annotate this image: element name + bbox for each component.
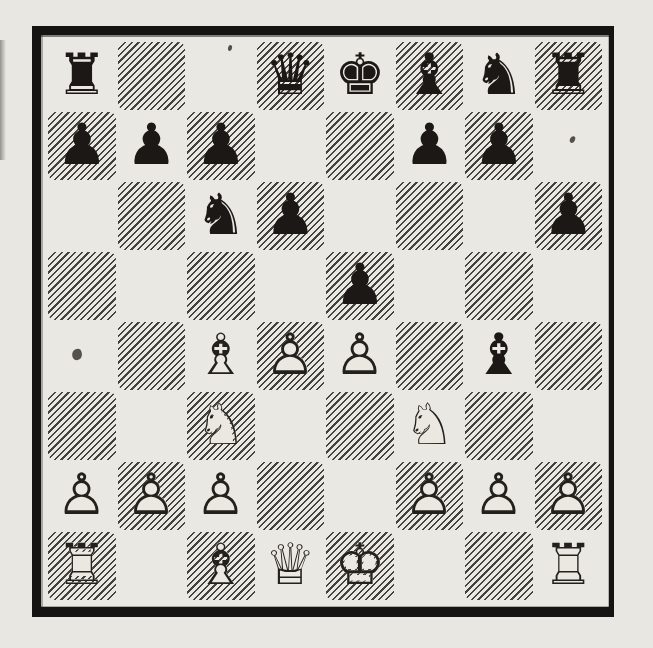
piece-black-knight[interactable]: ♞ xyxy=(464,41,534,111)
piece-white-pawn[interactable]: ♟♙ xyxy=(464,461,534,531)
piece-outline-glyph: ♙ xyxy=(265,326,316,383)
square-g6[interactable] xyxy=(464,181,534,251)
piece-solid-glyph: ♜ xyxy=(56,46,107,103)
piece-solid-glyph: ♟ xyxy=(265,186,316,243)
piece-black-pawn[interactable]: ♟ xyxy=(186,111,256,181)
square-g3[interactable] xyxy=(464,391,534,461)
square-a6[interactable] xyxy=(47,181,117,251)
piece-black-bishop[interactable]: ♝ xyxy=(464,321,534,391)
square-b7[interactable]: ♟ xyxy=(117,111,187,181)
piece-black-pawn[interactable]: ♟ xyxy=(47,111,117,181)
piece-white-knight[interactable]: ♞♘ xyxy=(395,391,465,461)
square-d4[interactable]: ♟♙ xyxy=(256,321,326,391)
square-c5[interactable] xyxy=(186,251,256,321)
piece-outline-glyph: ♗ xyxy=(195,536,246,593)
square-b8[interactable] xyxy=(117,41,187,111)
piece-black-pawn[interactable]: ♟ xyxy=(256,181,326,251)
piece-solid-glyph: ♞ xyxy=(195,186,246,243)
piece-white-pawn[interactable]: ♟♙ xyxy=(325,321,395,391)
chess-board-frame: ♜♛♚♝♞♜♟♟♟♟♟♞♟♟♟♝♗♟♙♟♙♝♞♘♞♘♟♙♟♙♟♙♟♙♟♙♟♙♜♖… xyxy=(32,26,614,617)
piece-solid-glyph: ♟ xyxy=(195,116,246,173)
piece-black-pawn[interactable]: ♟ xyxy=(464,111,534,181)
piece-white-rook[interactable]: ♜♖ xyxy=(534,531,604,601)
square-e7[interactable] xyxy=(325,111,395,181)
square-a2[interactable]: ♟♙ xyxy=(47,461,117,531)
piece-black-pawn[interactable]: ♟ xyxy=(325,251,395,321)
piece-solid-glyph: ♞ xyxy=(473,46,524,103)
piece-outline-glyph: ♖ xyxy=(56,536,107,593)
square-e3[interactable] xyxy=(325,391,395,461)
square-h3[interactable] xyxy=(534,391,604,461)
square-b6[interactable] xyxy=(117,181,187,251)
square-f4[interactable] xyxy=(395,321,465,391)
square-a7[interactable]: ♟ xyxy=(47,111,117,181)
square-a8[interactable]: ♜ xyxy=(47,41,117,111)
piece-white-pawn[interactable]: ♟♙ xyxy=(186,461,256,531)
piece-white-pawn[interactable]: ♟♙ xyxy=(256,321,326,391)
square-c4[interactable]: ♝♗ xyxy=(186,321,256,391)
chess-board: ♜♛♚♝♞♜♟♟♟♟♟♞♟♟♟♝♗♟♙♟♙♝♞♘♞♘♟♙♟♙♟♙♟♙♟♙♟♙♜♖… xyxy=(47,41,603,601)
square-e4[interactable]: ♟♙ xyxy=(325,321,395,391)
square-h6[interactable]: ♟ xyxy=(534,181,604,251)
ink-speck xyxy=(569,136,576,144)
piece-outline-glyph: ♖ xyxy=(543,536,594,593)
ink-speck xyxy=(227,45,232,52)
square-b2[interactable]: ♟♙ xyxy=(117,461,187,531)
square-g4[interactable]: ♝ xyxy=(464,321,534,391)
piece-solid-glyph: ♟ xyxy=(56,116,107,173)
square-e2[interactable] xyxy=(325,461,395,531)
square-f2[interactable]: ♟♙ xyxy=(395,461,465,531)
square-f7[interactable]: ♟ xyxy=(395,111,465,181)
piece-white-pawn[interactable]: ♟♙ xyxy=(47,461,117,531)
piece-white-pawn[interactable]: ♟♙ xyxy=(534,461,604,531)
piece-black-pawn[interactable]: ♟ xyxy=(395,111,465,181)
square-h8[interactable]: ♜ xyxy=(534,41,604,111)
square-c3[interactable]: ♞♘ xyxy=(186,391,256,461)
square-a4[interactable] xyxy=(47,321,117,391)
square-h2[interactable]: ♟♙ xyxy=(534,461,604,531)
square-d7[interactable] xyxy=(256,111,326,181)
piece-black-bishop[interactable]: ♝ xyxy=(395,41,465,111)
piece-white-bishop[interactable]: ♝♗ xyxy=(186,321,256,391)
piece-solid-glyph: ♝ xyxy=(473,326,524,383)
piece-black-queen[interactable]: ♛ xyxy=(256,41,326,111)
square-f3[interactable]: ♞♘ xyxy=(395,391,465,461)
piece-outline-glyph: ♙ xyxy=(473,466,524,523)
square-e1[interactable]: ♚♔ xyxy=(325,531,395,601)
piece-solid-glyph: ♝ xyxy=(404,46,455,103)
piece-solid-glyph: ♟ xyxy=(404,116,455,173)
piece-black-knight[interactable]: ♞ xyxy=(186,181,256,251)
square-h7[interactable] xyxy=(534,111,604,181)
square-c2[interactable]: ♟♙ xyxy=(186,461,256,531)
piece-outline-glyph: ♙ xyxy=(126,466,177,523)
square-d5[interactable] xyxy=(256,251,326,321)
piece-outline-glyph: ♙ xyxy=(543,466,594,523)
square-b3[interactable] xyxy=(117,391,187,461)
square-d1[interactable]: ♛♕ xyxy=(256,531,326,601)
piece-solid-glyph: ♟ xyxy=(334,256,385,313)
piece-solid-glyph: ♚ xyxy=(334,46,385,103)
square-a5[interactable] xyxy=(47,251,117,321)
piece-solid-glyph: ♛ xyxy=(265,46,316,103)
piece-black-pawn[interactable]: ♟ xyxy=(117,111,187,181)
square-c1[interactable]: ♝♗ xyxy=(186,531,256,601)
square-c7[interactable]: ♟ xyxy=(186,111,256,181)
piece-solid-glyph: ♜ xyxy=(543,46,594,103)
piece-white-pawn[interactable]: ♟♙ xyxy=(117,461,187,531)
square-g1[interactable] xyxy=(464,531,534,601)
piece-white-rook[interactable]: ♜♖ xyxy=(47,531,117,601)
piece-outline-glyph: ♕ xyxy=(265,536,316,593)
square-b1[interactable] xyxy=(117,531,187,601)
square-d8[interactable]: ♛ xyxy=(256,41,326,111)
square-f5[interactable] xyxy=(395,251,465,321)
piece-white-king[interactable]: ♚♔ xyxy=(325,531,395,601)
square-d6[interactable]: ♟ xyxy=(256,181,326,251)
piece-white-bishop[interactable]: ♝♗ xyxy=(186,531,256,601)
piece-outline-glyph: ♔ xyxy=(334,536,385,593)
piece-outline-glyph: ♗ xyxy=(195,326,246,383)
piece-outline-glyph: ♙ xyxy=(195,466,246,523)
square-b5[interactable] xyxy=(117,251,187,321)
piece-white-pawn[interactable]: ♟♙ xyxy=(395,461,465,531)
square-g2[interactable]: ♟♙ xyxy=(464,461,534,531)
piece-solid-glyph: ♟ xyxy=(473,116,524,173)
square-h5[interactable] xyxy=(534,251,604,321)
square-f1[interactable] xyxy=(395,531,465,601)
square-f8[interactable]: ♝ xyxy=(395,41,465,111)
square-e6[interactable] xyxy=(325,181,395,251)
piece-solid-glyph: ♟ xyxy=(543,186,594,243)
piece-black-king[interactable]: ♚ xyxy=(325,41,395,111)
piece-white-queen[interactable]: ♛♕ xyxy=(256,531,326,601)
piece-outline-glyph: ♘ xyxy=(195,396,246,453)
piece-outline-glyph: ♙ xyxy=(404,466,455,523)
square-f6[interactable] xyxy=(395,181,465,251)
page-edge-shadow xyxy=(0,40,6,160)
square-h1[interactable]: ♜♖ xyxy=(534,531,604,601)
piece-black-pawn[interactable]: ♟ xyxy=(534,181,604,251)
square-b4[interactable] xyxy=(117,321,187,391)
square-e8[interactable]: ♚ xyxy=(325,41,395,111)
piece-black-rook[interactable]: ♜ xyxy=(47,41,117,111)
ink-speck xyxy=(71,348,84,361)
square-g8[interactable]: ♞ xyxy=(464,41,534,111)
square-e5[interactable]: ♟ xyxy=(325,251,395,321)
square-a1[interactable]: ♜♖ xyxy=(47,531,117,601)
piece-white-knight[interactable]: ♞♘ xyxy=(186,391,256,461)
piece-outline-glyph: ♘ xyxy=(404,396,455,453)
square-c6[interactable]: ♞ xyxy=(186,181,256,251)
piece-outline-glyph: ♙ xyxy=(334,326,385,383)
piece-black-rook[interactable]: ♜ xyxy=(534,41,604,111)
square-g7[interactable]: ♟ xyxy=(464,111,534,181)
square-c8[interactable] xyxy=(186,41,256,111)
square-d3[interactable] xyxy=(256,391,326,461)
square-d2[interactable] xyxy=(256,461,326,531)
square-h4[interactable] xyxy=(534,321,604,391)
piece-solid-glyph: ♟ xyxy=(126,116,177,173)
square-a3[interactable] xyxy=(47,391,117,461)
piece-outline-glyph: ♙ xyxy=(56,466,107,523)
square-g5[interactable] xyxy=(464,251,534,321)
